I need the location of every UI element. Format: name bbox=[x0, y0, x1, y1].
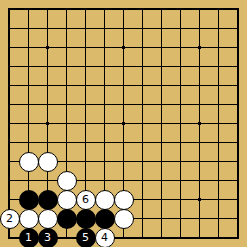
board-intersection[interactable] bbox=[57, 209, 76, 228]
board-intersection[interactable] bbox=[190, 228, 209, 247]
board-intersection[interactable] bbox=[57, 133, 76, 152]
board-intersection[interactable] bbox=[76, 57, 95, 76]
board-intersection[interactable]: 2 bbox=[0, 209, 19, 228]
board-intersection[interactable] bbox=[19, 0, 38, 19]
black-stone bbox=[38, 190, 58, 210]
board-intersection[interactable] bbox=[209, 0, 228, 19]
board-intersection[interactable] bbox=[190, 171, 209, 190]
board-intersection[interactable] bbox=[38, 171, 57, 190]
board-intersection[interactable] bbox=[209, 209, 228, 228]
board-intersection[interactable] bbox=[95, 209, 114, 228]
star-point bbox=[122, 122, 125, 125]
board-intersection[interactable] bbox=[19, 190, 38, 209]
black-stone: 3 bbox=[38, 228, 58, 247]
board-intersection[interactable] bbox=[152, 38, 171, 57]
board-intersection[interactable] bbox=[133, 38, 152, 57]
board-intersection[interactable] bbox=[19, 114, 38, 133]
board-intersection[interactable] bbox=[171, 209, 190, 228]
board-intersection[interactable] bbox=[228, 171, 247, 190]
board-intersection[interactable] bbox=[19, 152, 38, 171]
board-intersection[interactable] bbox=[38, 38, 57, 57]
board-intersection[interactable] bbox=[190, 19, 209, 38]
board-intersection[interactable] bbox=[152, 57, 171, 76]
board-intersection[interactable] bbox=[114, 209, 133, 228]
board-intersection[interactable] bbox=[0, 38, 19, 57]
board-intersection[interactable] bbox=[190, 0, 209, 19]
white-stone bbox=[95, 190, 115, 210]
board-intersection[interactable] bbox=[114, 190, 133, 209]
board-intersection[interactable] bbox=[114, 0, 133, 19]
board-intersection[interactable] bbox=[171, 152, 190, 171]
board-intersection[interactable] bbox=[209, 76, 228, 95]
black-stone bbox=[95, 209, 115, 229]
board-intersection[interactable] bbox=[152, 171, 171, 190]
board-intersection[interactable] bbox=[0, 133, 19, 152]
board-intersection[interactable] bbox=[57, 171, 76, 190]
board-intersection[interactable] bbox=[190, 209, 209, 228]
board-intersection[interactable] bbox=[152, 209, 171, 228]
board-intersection[interactable] bbox=[95, 57, 114, 76]
black-stone: 5 bbox=[76, 228, 96, 247]
board-intersection[interactable] bbox=[0, 19, 19, 38]
board-intersection[interactable] bbox=[190, 133, 209, 152]
board-intersection[interactable] bbox=[228, 19, 247, 38]
board-intersection[interactable] bbox=[76, 209, 95, 228]
board-intersection[interactable] bbox=[228, 228, 247, 247]
white-stone: 6 bbox=[76, 190, 96, 210]
board-intersection[interactable] bbox=[171, 133, 190, 152]
board-intersection[interactable] bbox=[190, 152, 209, 171]
star-point bbox=[198, 46, 201, 49]
board-intersection[interactable] bbox=[95, 19, 114, 38]
board-intersection[interactable] bbox=[152, 228, 171, 247]
board-intersection[interactable] bbox=[209, 114, 228, 133]
board-intersection[interactable] bbox=[19, 19, 38, 38]
black-stone: 1 bbox=[19, 228, 39, 247]
board-intersection[interactable] bbox=[133, 133, 152, 152]
board-intersection[interactable] bbox=[228, 114, 247, 133]
board-intersection[interactable] bbox=[114, 114, 133, 133]
board-intersection[interactable] bbox=[76, 171, 95, 190]
board-intersection[interactable] bbox=[152, 19, 171, 38]
board-intersection[interactable] bbox=[57, 152, 76, 171]
board-intersection[interactable] bbox=[171, 190, 190, 209]
board-intersection[interactable] bbox=[114, 76, 133, 95]
go-board: 621354 bbox=[0, 0, 247, 247]
board-intersection[interactable] bbox=[152, 0, 171, 19]
board-intersection[interactable] bbox=[133, 57, 152, 76]
board-intersection[interactable] bbox=[190, 190, 209, 209]
board-intersection[interactable] bbox=[0, 152, 19, 171]
board-intersection[interactable] bbox=[19, 171, 38, 190]
board-intersection[interactable] bbox=[228, 190, 247, 209]
white-stone: 2 bbox=[0, 209, 20, 229]
board-intersection[interactable] bbox=[171, 57, 190, 76]
board-intersection[interactable] bbox=[38, 0, 57, 19]
board-intersection[interactable] bbox=[228, 152, 247, 171]
board-intersection[interactable] bbox=[133, 114, 152, 133]
board-intersection[interactable] bbox=[152, 95, 171, 114]
white-stone bbox=[57, 190, 77, 210]
board-intersection[interactable] bbox=[76, 19, 95, 38]
star-point bbox=[122, 46, 125, 49]
board-intersection[interactable] bbox=[0, 114, 19, 133]
white-stone bbox=[19, 152, 39, 172]
board-intersection[interactable] bbox=[0, 57, 19, 76]
board-intersection[interactable]: 3 bbox=[38, 228, 57, 247]
board-intersection[interactable] bbox=[0, 228, 19, 247]
star-point bbox=[198, 198, 201, 201]
board-intersection[interactable] bbox=[171, 76, 190, 95]
board-intersection[interactable] bbox=[95, 38, 114, 57]
board-intersection[interactable] bbox=[209, 171, 228, 190]
board-intersection[interactable] bbox=[76, 133, 95, 152]
black-stone bbox=[76, 209, 96, 229]
board-intersection[interactable] bbox=[38, 19, 57, 38]
board-intersection[interactable] bbox=[38, 95, 57, 114]
board-intersection[interactable] bbox=[152, 190, 171, 209]
white-stone bbox=[38, 209, 58, 229]
board-intersection[interactable] bbox=[38, 133, 57, 152]
white-stone bbox=[57, 171, 77, 191]
board-intersection[interactable] bbox=[114, 38, 133, 57]
board-intersection[interactable] bbox=[76, 114, 95, 133]
board-intersection[interactable] bbox=[228, 133, 247, 152]
board-intersection[interactable] bbox=[0, 0, 19, 19]
board-intersection[interactable] bbox=[19, 76, 38, 95]
board-intersection[interactable] bbox=[57, 190, 76, 209]
board-intersection[interactable] bbox=[114, 95, 133, 114]
board-intersection[interactable] bbox=[133, 0, 152, 19]
board-intersection[interactable] bbox=[171, 19, 190, 38]
board-intersection[interactable] bbox=[209, 95, 228, 114]
board-intersection[interactable] bbox=[209, 190, 228, 209]
white-stone bbox=[38, 152, 58, 172]
board-intersection[interactable] bbox=[0, 95, 19, 114]
board-intersection[interactable] bbox=[228, 57, 247, 76]
board-intersection[interactable] bbox=[228, 0, 247, 19]
board-intersection[interactable] bbox=[114, 57, 133, 76]
board-intersection[interactable] bbox=[19, 57, 38, 76]
black-stone bbox=[57, 209, 77, 229]
board-intersection[interactable] bbox=[19, 133, 38, 152]
board-intersection[interactable] bbox=[114, 171, 133, 190]
board-intersection[interactable] bbox=[209, 133, 228, 152]
board-intersection[interactable] bbox=[38, 190, 57, 209]
board-intersection[interactable] bbox=[133, 209, 152, 228]
board-intersection[interactable] bbox=[133, 152, 152, 171]
board-intersection[interactable] bbox=[228, 76, 247, 95]
board-intersection[interactable] bbox=[76, 0, 95, 19]
board-intersection[interactable] bbox=[95, 95, 114, 114]
board-intersection[interactable] bbox=[57, 38, 76, 57]
board-intersection[interactable] bbox=[38, 57, 57, 76]
board-intersection[interactable] bbox=[171, 171, 190, 190]
white-stone: 4 bbox=[95, 228, 115, 247]
board-intersection[interactable]: 5 bbox=[76, 228, 95, 247]
board-intersection[interactable] bbox=[133, 76, 152, 95]
board-intersection[interactable] bbox=[171, 114, 190, 133]
board-intersection[interactable] bbox=[133, 95, 152, 114]
board-intersection[interactable] bbox=[171, 38, 190, 57]
board-intersection[interactable] bbox=[152, 133, 171, 152]
board-intersection[interactable] bbox=[57, 19, 76, 38]
board-intersection[interactable] bbox=[190, 57, 209, 76]
board-intersection[interactable] bbox=[57, 228, 76, 247]
board-intersection[interactable] bbox=[133, 190, 152, 209]
board-intersection[interactable] bbox=[57, 95, 76, 114]
board-intersection[interactable] bbox=[57, 57, 76, 76]
white-stone bbox=[114, 209, 134, 229]
board-intersection[interactable] bbox=[133, 228, 152, 247]
board-intersection[interactable] bbox=[38, 209, 57, 228]
board-intersection[interactable] bbox=[76, 76, 95, 95]
board-intersection[interactable]: 1 bbox=[19, 228, 38, 247]
board-intersection[interactable] bbox=[95, 76, 114, 95]
board-intersection[interactable] bbox=[95, 133, 114, 152]
board-intersection[interactable] bbox=[171, 0, 190, 19]
board-intersection[interactable] bbox=[57, 76, 76, 95]
star-point bbox=[198, 122, 201, 125]
board-intersection[interactable] bbox=[209, 152, 228, 171]
board-intersection[interactable] bbox=[228, 95, 247, 114]
board-intersection[interactable]: 6 bbox=[76, 190, 95, 209]
board-intersection[interactable] bbox=[133, 19, 152, 38]
board-intersection[interactable] bbox=[38, 152, 57, 171]
board-intersection[interactable] bbox=[95, 171, 114, 190]
board-intersection[interactable] bbox=[114, 133, 133, 152]
white-stone bbox=[114, 190, 134, 210]
board-intersection[interactable] bbox=[0, 76, 19, 95]
board-intersection[interactable] bbox=[114, 152, 133, 171]
board-intersection[interactable] bbox=[76, 152, 95, 171]
board-intersection[interactable] bbox=[114, 228, 133, 247]
board-intersection[interactable] bbox=[57, 114, 76, 133]
board-intersection[interactable] bbox=[38, 76, 57, 95]
board-intersection[interactable] bbox=[95, 152, 114, 171]
board-intersection[interactable] bbox=[209, 228, 228, 247]
white-stone bbox=[19, 209, 39, 229]
board-intersection[interactable] bbox=[19, 209, 38, 228]
board-intersection[interactable] bbox=[95, 0, 114, 19]
black-stone bbox=[19, 190, 39, 210]
board-intersection[interactable] bbox=[0, 190, 19, 209]
board-intersection[interactable] bbox=[152, 152, 171, 171]
star-point bbox=[46, 122, 49, 125]
board-intersection[interactable] bbox=[190, 95, 209, 114]
star-point bbox=[46, 46, 49, 49]
board-intersection[interactable] bbox=[190, 38, 209, 57]
board-intersection[interactable] bbox=[95, 190, 114, 209]
board-intersection[interactable]: 4 bbox=[95, 228, 114, 247]
board-intersection[interactable] bbox=[19, 38, 38, 57]
board-intersection[interactable] bbox=[228, 209, 247, 228]
board-intersection[interactable] bbox=[95, 114, 114, 133]
board-intersection[interactable] bbox=[57, 0, 76, 19]
board-intersection[interactable] bbox=[228, 38, 247, 57]
board-intersection[interactable] bbox=[152, 114, 171, 133]
board-intersection[interactable] bbox=[209, 19, 228, 38]
board-intersection[interactable] bbox=[152, 76, 171, 95]
board-intersection[interactable] bbox=[114, 19, 133, 38]
board-intersection[interactable] bbox=[76, 38, 95, 57]
board-intersection[interactable] bbox=[133, 171, 152, 190]
board-intersection[interactable] bbox=[19, 95, 38, 114]
board-intersection[interactable] bbox=[38, 114, 57, 133]
board-intersection[interactable] bbox=[171, 95, 190, 114]
board-intersection[interactable] bbox=[190, 76, 209, 95]
board-intersection[interactable] bbox=[209, 57, 228, 76]
board-intersection[interactable] bbox=[171, 228, 190, 247]
board-intersection[interactable] bbox=[209, 38, 228, 57]
board-intersection[interactable] bbox=[0, 171, 19, 190]
board-intersection[interactable] bbox=[76, 95, 95, 114]
board-intersection[interactable] bbox=[190, 114, 209, 133]
